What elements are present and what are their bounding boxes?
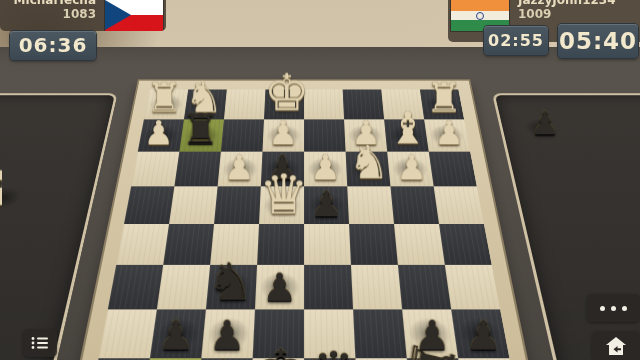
square-g4[interactable] bbox=[169, 186, 218, 224]
square-b2[interactable] bbox=[384, 119, 429, 151]
clock-right-secondary: 02:55 bbox=[484, 26, 548, 55]
square-f4[interactable] bbox=[214, 186, 261, 224]
square-h3[interactable] bbox=[131, 152, 179, 187]
square-g1[interactable] bbox=[184, 90, 227, 120]
square-a4[interactable] bbox=[434, 186, 484, 224]
move-list-button[interactable] bbox=[23, 329, 57, 357]
square-b4[interactable] bbox=[390, 186, 439, 224]
square-f1[interactable] bbox=[224, 90, 265, 120]
move-list-icon bbox=[31, 336, 49, 350]
home-icon bbox=[606, 337, 626, 355]
piece-black-pawn-b7[interactable]: ♟ bbox=[402, 309, 458, 358]
home-button[interactable] bbox=[592, 331, 640, 360]
square-d3[interactable] bbox=[304, 152, 347, 187]
square-c1[interactable] bbox=[343, 90, 384, 120]
square-f2[interactable] bbox=[221, 119, 264, 151]
game-screen: ♜♚♞♜♟♝♟♟♟♟♞♟♟♛♜♟♟♟♞♟♟♟♟♛♚♝ ♜ ♝♟♟ MichalT… bbox=[0, 0, 640, 360]
square-d2[interactable] bbox=[304, 119, 346, 151]
square-d1[interactable] bbox=[304, 90, 344, 120]
clock-left-player: 06:36 bbox=[10, 31, 96, 60]
player-plate-left: MichalTecha 1083 bbox=[0, 0, 166, 31]
square-g2[interactable] bbox=[179, 119, 224, 151]
captured-black-pawn: ♟ bbox=[518, 113, 571, 141]
piece-black-pawn-a7[interactable]: ♟ bbox=[451, 309, 509, 358]
piece-black-pawn-e6[interactable]: ♟ bbox=[255, 265, 304, 310]
czech-flag-icon bbox=[105, 0, 163, 31]
square-h4[interactable] bbox=[124, 186, 174, 224]
square-f3[interactable] bbox=[218, 152, 263, 187]
square-e3[interactable] bbox=[261, 152, 304, 187]
square-a3[interactable] bbox=[429, 152, 477, 187]
square-c3[interactable] bbox=[346, 152, 391, 187]
square-d4[interactable] bbox=[304, 186, 349, 224]
square-c2[interactable] bbox=[344, 119, 387, 151]
more-options-icon bbox=[600, 306, 605, 311]
clock-right-main: 05:40 bbox=[558, 24, 638, 58]
square-h1[interactable] bbox=[144, 90, 188, 120]
square-a1[interactable] bbox=[420, 90, 464, 120]
square-e4[interactable] bbox=[259, 186, 304, 224]
table-plane: ♜♚♞♜♟♝♟♟♟♟♞♟♟♛♜♟♟♟♞♟♟♟♟♛♚♝ ♜ ♝♟♟ bbox=[88, 90, 519, 360]
square-g3[interactable] bbox=[174, 152, 221, 187]
square-b3[interactable] bbox=[387, 152, 434, 187]
square-b1[interactable] bbox=[381, 90, 424, 120]
more-options-button[interactable] bbox=[587, 294, 640, 322]
square-c4[interactable] bbox=[347, 186, 394, 224]
square-e2[interactable] bbox=[262, 119, 304, 151]
piece-black-knight-f6[interactable]: ♞ bbox=[206, 265, 257, 310]
square-h2[interactable] bbox=[138, 119, 184, 151]
square-a2[interactable] bbox=[424, 119, 470, 151]
square-e1[interactable] bbox=[264, 90, 304, 120]
